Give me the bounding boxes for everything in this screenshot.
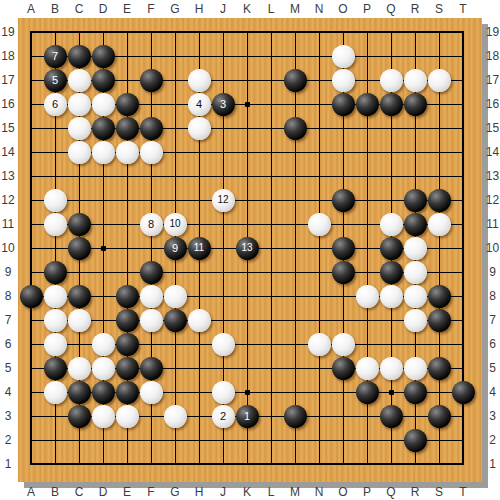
stone-R11 bbox=[404, 213, 427, 236]
grid-line-horizontal bbox=[30, 463, 464, 465]
stone-J3: 2 bbox=[212, 405, 235, 428]
stone-C16 bbox=[68, 93, 91, 116]
stone-E3 bbox=[116, 405, 139, 428]
stone-R7 bbox=[404, 309, 427, 332]
row-label-right: 8 bbox=[485, 289, 500, 303]
row-label-right: 12 bbox=[485, 193, 500, 207]
stone-D14 bbox=[92, 141, 115, 164]
col-label-top: J bbox=[215, 2, 231, 16]
stone-D18 bbox=[92, 45, 115, 68]
grid-line-horizontal bbox=[30, 320, 464, 321]
col-label-top: R bbox=[407, 2, 423, 16]
stone-B16: 6 bbox=[44, 93, 67, 116]
move-number: 8 bbox=[148, 219, 154, 230]
stone-C4 bbox=[68, 381, 91, 404]
stone-A8 bbox=[20, 285, 43, 308]
col-label-top: F bbox=[143, 2, 159, 16]
row-label-right: 5 bbox=[485, 361, 500, 375]
stone-N6 bbox=[308, 333, 331, 356]
row-label-left: 3 bbox=[0, 409, 16, 423]
stone-K3: 1 bbox=[236, 405, 259, 428]
stone-R2 bbox=[404, 429, 427, 452]
stone-C11 bbox=[68, 213, 91, 236]
col-label-bottom: M bbox=[287, 485, 303, 499]
col-label-bottom: G bbox=[167, 485, 183, 499]
stone-E14 bbox=[116, 141, 139, 164]
stone-D5 bbox=[92, 357, 115, 380]
col-label-bottom: K bbox=[239, 485, 255, 499]
stone-B12 bbox=[44, 189, 67, 212]
stone-M3 bbox=[284, 405, 307, 428]
col-label-top: Q bbox=[383, 2, 399, 16]
row-label-right: 13 bbox=[485, 169, 500, 183]
stone-E15 bbox=[116, 117, 139, 140]
row-label-right: 19 bbox=[485, 25, 500, 39]
stone-T4 bbox=[452, 381, 475, 404]
stone-B4 bbox=[44, 381, 67, 404]
col-label-top: O bbox=[335, 2, 351, 16]
star-point bbox=[389, 390, 394, 395]
stone-H15 bbox=[188, 117, 211, 140]
move-number: 1 bbox=[244, 411, 250, 422]
row-label-left: 12 bbox=[0, 193, 16, 207]
row-label-right: 7 bbox=[485, 313, 500, 327]
stone-B8 bbox=[44, 285, 67, 308]
row-label-left: 18 bbox=[0, 49, 16, 63]
stone-Q5 bbox=[380, 357, 403, 380]
stone-G3 bbox=[164, 405, 187, 428]
move-number: 10 bbox=[169, 219, 180, 229]
row-label-left: 2 bbox=[0, 433, 16, 447]
move-number: 5 bbox=[52, 75, 58, 86]
row-label-left: 19 bbox=[0, 25, 16, 39]
row-label-left: 15 bbox=[0, 121, 16, 135]
col-label-bottom: F bbox=[143, 485, 159, 499]
stone-J12: 12 bbox=[212, 189, 235, 212]
stone-S8 bbox=[428, 285, 451, 308]
stone-F17 bbox=[140, 69, 163, 92]
col-label-bottom: L bbox=[263, 485, 279, 499]
stone-N11 bbox=[308, 213, 331, 236]
stone-B17: 5 bbox=[44, 69, 67, 92]
stone-H17 bbox=[188, 69, 211, 92]
row-label-right: 17 bbox=[485, 73, 500, 87]
stone-B18: 7 bbox=[44, 45, 67, 68]
col-label-top: D bbox=[95, 2, 111, 16]
col-label-bottom: E bbox=[119, 485, 135, 499]
stone-B5 bbox=[44, 357, 67, 380]
move-number: 9 bbox=[172, 243, 178, 254]
stone-O5 bbox=[332, 357, 355, 380]
stone-P8 bbox=[356, 285, 379, 308]
row-label-right: 15 bbox=[485, 121, 500, 135]
stone-B6 bbox=[44, 333, 67, 356]
stone-R5 bbox=[404, 357, 427, 380]
col-label-top: L bbox=[263, 2, 279, 16]
col-label-bottom: P bbox=[359, 485, 375, 499]
stone-F11: 8 bbox=[140, 213, 163, 236]
stone-C7 bbox=[68, 309, 91, 332]
stone-G11: 10 bbox=[164, 213, 187, 236]
stone-F5 bbox=[140, 357, 163, 380]
col-label-bottom: A bbox=[23, 485, 39, 499]
move-number: 6 bbox=[52, 99, 58, 110]
col-label-bottom: H bbox=[191, 485, 207, 499]
move-number: 12 bbox=[217, 195, 228, 205]
stone-C14 bbox=[68, 141, 91, 164]
row-label-right: 2 bbox=[485, 433, 500, 447]
stone-F14 bbox=[140, 141, 163, 164]
row-label-left: 6 bbox=[0, 337, 16, 351]
move-number: 4 bbox=[196, 99, 202, 110]
stone-C8 bbox=[68, 285, 91, 308]
stone-B9 bbox=[44, 261, 67, 284]
row-label-left: 14 bbox=[0, 145, 16, 159]
stone-Q11 bbox=[380, 213, 403, 236]
stone-B11 bbox=[44, 213, 67, 236]
stone-H7 bbox=[188, 309, 211, 332]
move-number: 11 bbox=[194, 243, 204, 253]
stone-H16: 4 bbox=[188, 93, 211, 116]
col-label-bottom: B bbox=[47, 485, 63, 499]
stone-O10 bbox=[332, 237, 355, 260]
row-label-right: 3 bbox=[485, 409, 500, 423]
stone-P16 bbox=[356, 93, 379, 116]
row-label-right: 16 bbox=[485, 97, 500, 111]
col-label-top: C bbox=[71, 2, 87, 16]
row-label-right: 11 bbox=[485, 217, 500, 231]
stone-E6 bbox=[116, 333, 139, 356]
col-label-bottom: D bbox=[95, 485, 111, 499]
star-point bbox=[245, 390, 250, 395]
row-label-right: 1 bbox=[485, 457, 500, 471]
move-number: 3 bbox=[220, 99, 226, 110]
grid-line-vertical bbox=[319, 31, 320, 465]
stone-F7 bbox=[140, 309, 163, 332]
stone-B7 bbox=[44, 309, 67, 332]
row-label-left: 4 bbox=[0, 385, 16, 399]
stone-J16: 3 bbox=[212, 93, 235, 116]
stone-J6 bbox=[212, 333, 235, 356]
row-label-left: 13 bbox=[0, 169, 16, 183]
row-label-right: 14 bbox=[485, 145, 500, 159]
col-label-top: E bbox=[119, 2, 135, 16]
stone-C5 bbox=[68, 357, 91, 380]
col-label-top: K bbox=[239, 2, 255, 16]
stone-D6 bbox=[92, 333, 115, 356]
col-label-top: G bbox=[167, 2, 183, 16]
stone-S3 bbox=[428, 405, 451, 428]
move-number: 13 bbox=[241, 243, 252, 253]
row-label-right: 10 bbox=[485, 241, 500, 255]
stone-S5 bbox=[428, 357, 451, 380]
col-label-bottom: R bbox=[407, 485, 423, 499]
col-label-top: N bbox=[311, 2, 327, 16]
stone-S17 bbox=[428, 69, 451, 92]
stone-Q8 bbox=[380, 285, 403, 308]
row-label-left: 8 bbox=[0, 289, 16, 303]
stone-M17 bbox=[284, 69, 307, 92]
stone-C15 bbox=[68, 117, 91, 140]
stone-C10 bbox=[68, 237, 91, 260]
stone-R4 bbox=[404, 381, 427, 404]
stone-O17 bbox=[332, 69, 355, 92]
stone-O9 bbox=[332, 261, 355, 284]
stone-S7 bbox=[428, 309, 451, 332]
stone-D15 bbox=[92, 117, 115, 140]
stone-G8 bbox=[164, 285, 187, 308]
grid-line-vertical bbox=[271, 31, 272, 465]
stone-D4 bbox=[92, 381, 115, 404]
stone-Q10 bbox=[380, 237, 403, 260]
grid-line-vertical bbox=[439, 31, 440, 465]
stone-F8 bbox=[140, 285, 163, 308]
col-label-bottom: C bbox=[71, 485, 87, 499]
row-label-right: 18 bbox=[485, 49, 500, 63]
stone-K10: 13 bbox=[236, 237, 259, 260]
stone-O16 bbox=[332, 93, 355, 116]
star-point bbox=[101, 246, 106, 251]
stone-E4 bbox=[116, 381, 139, 404]
stone-R12 bbox=[404, 189, 427, 212]
col-label-top: S bbox=[431, 2, 447, 16]
row-label-left: 1 bbox=[0, 457, 16, 471]
stone-P5 bbox=[356, 357, 379, 380]
move-number: 7 bbox=[52, 51, 58, 62]
row-label-left: 10 bbox=[0, 241, 16, 255]
row-label-left: 7 bbox=[0, 313, 16, 327]
go-diagram: 75643128109111321 AABBCCDDEEFFGGHHJJKKLL… bbox=[0, 0, 500, 500]
stone-S12 bbox=[428, 189, 451, 212]
stone-R8 bbox=[404, 285, 427, 308]
stone-F4 bbox=[140, 381, 163, 404]
col-label-top: T bbox=[455, 2, 471, 16]
stone-P4 bbox=[356, 381, 379, 404]
stone-R16 bbox=[404, 93, 427, 116]
row-label-left: 11 bbox=[0, 217, 16, 231]
stone-M15 bbox=[284, 117, 307, 140]
stone-D17 bbox=[92, 69, 115, 92]
row-label-right: 6 bbox=[485, 337, 500, 351]
col-label-bottom: T bbox=[455, 485, 471, 499]
stone-G10: 9 bbox=[164, 237, 187, 260]
stone-E8 bbox=[116, 285, 139, 308]
stone-E5 bbox=[116, 357, 139, 380]
go-board[interactable]: 75643128109111321 bbox=[18, 18, 482, 482]
stone-H10: 11 bbox=[188, 237, 211, 260]
stone-R9 bbox=[404, 261, 427, 284]
stone-R10 bbox=[404, 237, 427, 260]
stone-G7 bbox=[164, 309, 187, 332]
stone-O12 bbox=[332, 189, 355, 212]
stone-J4 bbox=[212, 381, 235, 404]
stone-Q16 bbox=[380, 93, 403, 116]
col-label-bottom: S bbox=[431, 485, 447, 499]
stone-R17 bbox=[404, 69, 427, 92]
row-label-right: 4 bbox=[485, 385, 500, 399]
stone-E16 bbox=[116, 93, 139, 116]
row-label-left: 17 bbox=[0, 73, 16, 87]
star-point bbox=[245, 102, 250, 107]
stone-O6 bbox=[332, 333, 355, 356]
col-label-top: M bbox=[287, 2, 303, 16]
stone-S11 bbox=[428, 213, 451, 236]
stone-O18 bbox=[332, 45, 355, 68]
row-label-right: 9 bbox=[485, 265, 500, 279]
grid-line-horizontal bbox=[30, 440, 464, 441]
stone-E7 bbox=[116, 309, 139, 332]
stone-C3 bbox=[68, 405, 91, 428]
stone-Q17 bbox=[380, 69, 403, 92]
row-label-left: 9 bbox=[0, 265, 16, 279]
move-number: 2 bbox=[220, 411, 226, 422]
stone-Q3 bbox=[380, 405, 403, 428]
col-label-top: B bbox=[47, 2, 63, 16]
col-label-bottom: N bbox=[311, 485, 327, 499]
col-label-bottom: J bbox=[215, 485, 231, 499]
row-label-left: 16 bbox=[0, 97, 16, 111]
stone-D16 bbox=[92, 93, 115, 116]
col-label-top: A bbox=[23, 2, 39, 16]
grid-line-vertical bbox=[295, 31, 296, 465]
col-label-bottom: Q bbox=[383, 485, 399, 499]
col-label-top: P bbox=[359, 2, 375, 16]
stone-F15 bbox=[140, 117, 163, 140]
stone-Q9 bbox=[380, 261, 403, 284]
stone-F9 bbox=[140, 261, 163, 284]
row-label-left: 5 bbox=[0, 361, 16, 375]
col-label-bottom: O bbox=[335, 485, 351, 499]
stone-C18 bbox=[68, 45, 91, 68]
stone-C17 bbox=[68, 69, 91, 92]
col-label-top: H bbox=[191, 2, 207, 16]
stone-D3 bbox=[92, 405, 115, 428]
